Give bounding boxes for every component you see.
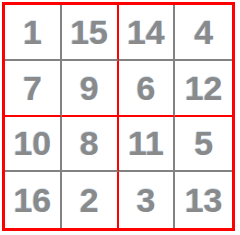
cell-r1c4: 4 [175, 5, 232, 61]
cell-r2c2: 9 [62, 61, 119, 117]
cell-r1c1: 1 [5, 5, 62, 61]
cell-r2c3: 6 [119, 61, 176, 117]
cell-r3c4: 5 [175, 117, 232, 173]
cell-r3c2: 8 [62, 117, 119, 173]
cell-r4c2: 2 [62, 172, 119, 228]
cell-r4c3: 3 [119, 172, 176, 228]
cell-r4c4: 13 [175, 172, 232, 228]
cell-r3c3: 11 [119, 117, 176, 173]
cell-r1c2: 15 [62, 5, 119, 61]
cell-r3c1: 10 [5, 117, 62, 173]
cell-r2c4: 12 [175, 61, 232, 117]
magic-square-board: 1 15 14 4 7 9 6 12 10 8 11 5 16 2 3 13 [2, 2, 235, 231]
cell-r1c3: 14 [119, 5, 176, 61]
cell-r4c1: 16 [5, 172, 62, 228]
cell-r2c1: 7 [5, 61, 62, 117]
